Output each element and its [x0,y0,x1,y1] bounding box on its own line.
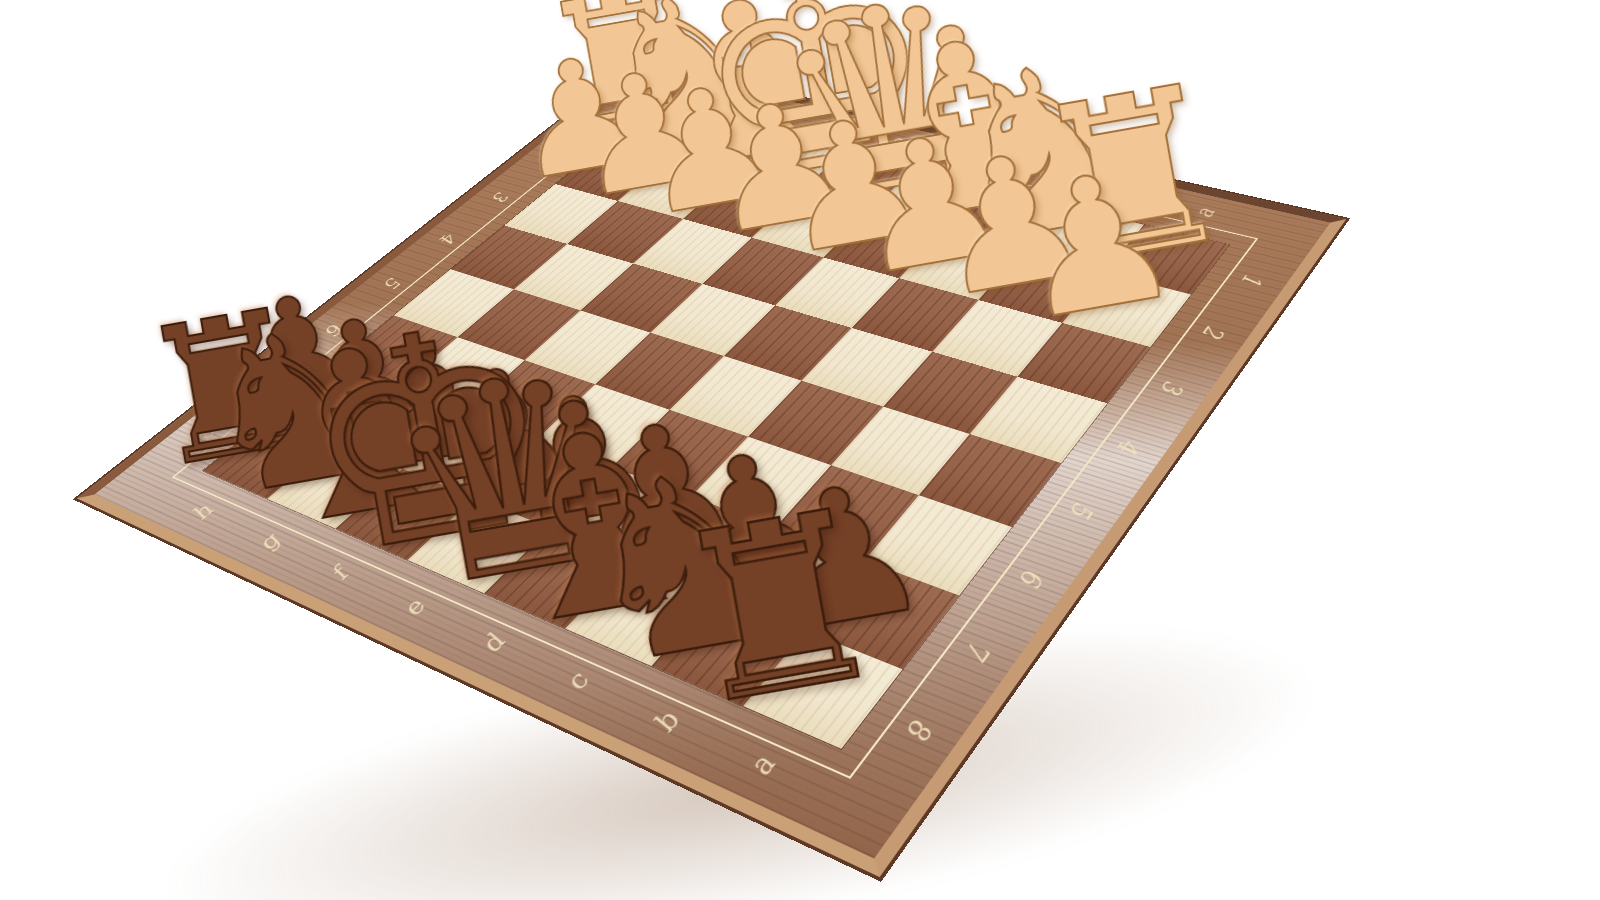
black-rook-glyph: ♜ [657,482,902,737]
square-a2[interactable]: ♟ [1062,272,1191,347]
black-rook-a8[interactable]: ♜ [743,631,902,749]
photo-scene: hgfedcba hgfedcba 12345678 12345678 ♜♞♝♚… [0,0,1600,900]
square-a8[interactable]: ♜ [743,631,902,749]
white-pawn-glyph: ♟ [1000,146,1190,344]
white-pawn-a2[interactable]: ♟ [1062,272,1191,347]
